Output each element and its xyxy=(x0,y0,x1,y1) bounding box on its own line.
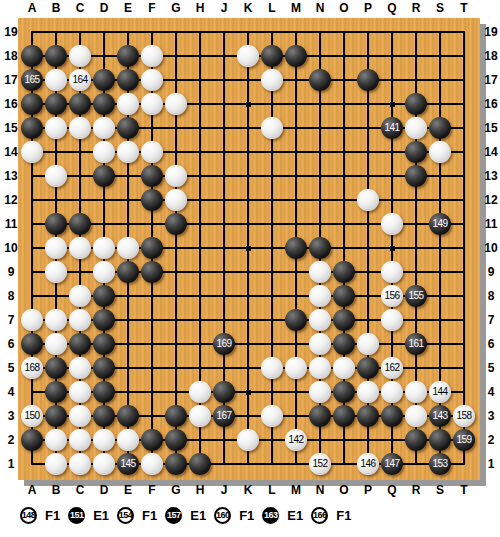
white-stone-S4: 144 xyxy=(429,381,451,403)
black-stone-J3: 167 xyxy=(213,405,235,427)
col-label-top-P: P xyxy=(356,1,380,15)
col-label-bottom-C: C xyxy=(68,483,92,497)
white-stone-M5 xyxy=(285,357,307,379)
black-stone-D17 xyxy=(93,69,115,91)
move-number-label: 158 xyxy=(456,405,471,427)
white-stone-P12 xyxy=(357,189,379,211)
black-stone-R16 xyxy=(405,93,427,115)
white-stone-R3 xyxy=(405,405,427,427)
black-stone-B18 xyxy=(45,45,67,67)
white-stone-G12 xyxy=(165,189,187,211)
black-stone-P5 xyxy=(357,357,379,379)
black-stone-M10 xyxy=(285,237,307,259)
col-label-top-K: K xyxy=(236,1,260,15)
white-stone-G13 xyxy=(165,165,187,187)
col-label-top-H: H xyxy=(188,1,212,15)
row-label-left-2: 2 xyxy=(1,433,21,447)
col-label-top-T: T xyxy=(452,1,476,15)
move-number-label: 159 xyxy=(456,429,471,451)
black-stone-D4 xyxy=(93,381,115,403)
white-stone-A7 xyxy=(21,309,43,331)
white-stone-K18 xyxy=(237,45,259,67)
col-label-bottom-R: R xyxy=(404,483,428,497)
white-stone-C1 xyxy=(69,453,91,475)
move-number-label: 165 xyxy=(24,69,39,91)
row-label-left-17: 17 xyxy=(1,73,21,87)
white-stone-E16 xyxy=(117,93,139,115)
white-stone-N6 xyxy=(309,333,331,355)
col-label-top-J: J xyxy=(212,1,236,15)
row-label-right-1: 1 xyxy=(482,457,500,471)
white-stone-N1: 152 xyxy=(309,453,331,475)
row-label-left-10: 10 xyxy=(1,241,21,255)
row-label-right-8: 8 xyxy=(482,289,500,303)
black-stone-O6 xyxy=(333,333,355,355)
black-stone-F13 xyxy=(141,165,163,187)
black-stone-J6: 169 xyxy=(213,333,235,355)
black-stone-E9 xyxy=(117,261,139,283)
caption-move-151-coordinate: E1 xyxy=(93,508,109,523)
go-board: 1651641411491561551691611681621441501671… xyxy=(18,18,480,480)
col-label-bottom-S: S xyxy=(428,483,452,497)
col-label-top-C: C xyxy=(68,1,92,15)
caption-move-166-coordinate: F1 xyxy=(336,508,351,523)
white-stone-B1 xyxy=(45,453,67,475)
white-stone-P6 xyxy=(357,333,379,355)
col-label-top-B: B xyxy=(44,1,68,15)
black-stone-Q3 xyxy=(381,405,403,427)
white-stone-D2 xyxy=(93,429,115,451)
row-label-right-6: 6 xyxy=(482,337,500,351)
white-stone-K2 xyxy=(237,429,259,451)
black-stone-G2 xyxy=(165,429,187,451)
col-label-bottom-P: P xyxy=(356,483,380,497)
black-stone-J4 xyxy=(213,381,235,403)
black-stone-B5 xyxy=(45,357,67,379)
white-stone-B9 xyxy=(45,261,67,283)
black-stone-D16 xyxy=(93,93,115,115)
black-stone-B3 xyxy=(45,405,67,427)
col-label-bottom-G: G xyxy=(164,483,188,497)
black-stone-S15 xyxy=(429,117,451,139)
white-stone-Q7 xyxy=(381,309,403,331)
col-label-bottom-J: J xyxy=(212,483,236,497)
white-stone-N5 xyxy=(309,357,331,379)
white-stone-S14 xyxy=(429,141,451,163)
black-stone-S11: 149 xyxy=(429,213,451,235)
white-stone-D15 xyxy=(93,117,115,139)
black-stone-F2 xyxy=(141,429,163,451)
black-stone-O7 xyxy=(333,309,355,331)
black-stone-D3 xyxy=(93,405,115,427)
caption-move-151-circle: 151 xyxy=(68,507,85,524)
white-stone-F1 xyxy=(141,453,163,475)
black-stone-D13 xyxy=(93,165,115,187)
row-label-left-8: 8 xyxy=(1,289,21,303)
black-stone-N17 xyxy=(309,69,331,91)
black-stone-R13 xyxy=(405,165,427,187)
white-stone-B17 xyxy=(45,69,67,91)
row-label-right-19: 19 xyxy=(482,25,500,39)
move-number-label: 168 xyxy=(24,357,39,379)
caption-move-163-circle: 163 xyxy=(262,507,279,524)
col-label-top-A: A xyxy=(20,1,44,15)
row-label-left-1: 1 xyxy=(1,457,21,471)
white-stone-L15 xyxy=(261,117,283,139)
black-stone-G1 xyxy=(165,453,187,475)
white-stone-P4 xyxy=(357,381,379,403)
row-label-left-3: 3 xyxy=(1,409,21,423)
move-number-label: 169 xyxy=(216,333,231,355)
row-label-right-14: 14 xyxy=(482,145,500,159)
row-label-left-14: 14 xyxy=(1,145,21,159)
col-label-bottom-F: F xyxy=(140,483,164,497)
row-label-right-5: 5 xyxy=(482,361,500,375)
row-label-left-16: 16 xyxy=(1,97,21,111)
white-stone-Q4 xyxy=(381,381,403,403)
white-stone-Q11 xyxy=(381,213,403,235)
move-number-label: 167 xyxy=(216,405,231,427)
row-label-left-4: 4 xyxy=(1,385,21,399)
caption-move-154-coordinate: F1 xyxy=(142,508,157,523)
move-number-label: 141 xyxy=(384,117,399,139)
caption-move-166-circle: 166 xyxy=(311,507,328,524)
caption-move-163-coordinate: E1 xyxy=(287,508,303,523)
col-label-top-L: L xyxy=(260,1,284,15)
white-stone-H3 xyxy=(189,405,211,427)
white-stone-C5 xyxy=(69,357,91,379)
row-label-left-11: 11 xyxy=(1,217,21,231)
black-stone-G11 xyxy=(165,213,187,235)
col-label-top-N: N xyxy=(308,1,332,15)
caption-move-148-circle: 148 xyxy=(20,507,37,524)
col-label-bottom-L: L xyxy=(260,483,284,497)
move-number-label: 164 xyxy=(72,69,87,91)
white-stone-E10 xyxy=(117,237,139,259)
col-label-bottom-O: O xyxy=(332,483,356,497)
black-stone-E17 xyxy=(117,69,139,91)
black-stone-B4 xyxy=(45,381,67,403)
white-stone-N4 xyxy=(309,381,331,403)
col-label-top-E: E xyxy=(116,1,140,15)
move-number-label: 161 xyxy=(408,333,423,355)
col-label-top-D: D xyxy=(92,1,116,15)
caption-move-148-coordinate: F1 xyxy=(45,508,60,523)
col-label-bottom-A: A xyxy=(20,483,44,497)
black-stone-A6 xyxy=(21,333,43,355)
black-stone-E3 xyxy=(117,405,139,427)
col-label-bottom-E: E xyxy=(116,483,140,497)
white-stone-C7 xyxy=(69,309,91,331)
col-label-top-R: R xyxy=(404,1,428,15)
caption-move-160-coordinate: F1 xyxy=(239,508,254,523)
white-stone-G16 xyxy=(165,93,187,115)
row-label-right-2: 2 xyxy=(482,433,500,447)
col-label-top-O: O xyxy=(332,1,356,15)
row-label-right-16: 16 xyxy=(482,97,500,111)
black-stone-F9 xyxy=(141,261,163,283)
move-caption: 148F1151E1154F1157E1160F1163E1166F1 xyxy=(20,504,490,526)
white-stone-D9 xyxy=(93,261,115,283)
row-label-right-9: 9 xyxy=(482,265,500,279)
col-label-bottom-K: K xyxy=(236,483,260,497)
black-stone-L18 xyxy=(261,45,283,67)
white-stone-C2 xyxy=(69,429,91,451)
caption-move-160-circle: 160 xyxy=(214,507,231,524)
move-number-label: 142 xyxy=(288,429,303,451)
move-number-label: 145 xyxy=(120,453,135,475)
white-stone-L17 xyxy=(261,69,283,91)
white-stone-E2 xyxy=(117,429,139,451)
black-stone-H1 xyxy=(189,453,211,475)
row-label-left-9: 9 xyxy=(1,265,21,279)
white-stone-C10 xyxy=(69,237,91,259)
white-stone-C17: 164 xyxy=(69,69,91,91)
black-stone-D8 xyxy=(93,285,115,307)
col-label-top-F: F xyxy=(140,1,164,15)
row-label-right-15: 15 xyxy=(482,121,500,135)
black-stone-D5 xyxy=(93,357,115,379)
white-stone-F14 xyxy=(141,141,163,163)
white-stone-P1: 146 xyxy=(357,453,379,475)
white-stone-N9 xyxy=(309,261,331,283)
black-stone-R6: 161 xyxy=(405,333,427,355)
white-stone-C15 xyxy=(69,117,91,139)
white-stone-M2: 142 xyxy=(285,429,307,451)
col-label-top-Q: Q xyxy=(380,1,404,15)
row-label-right-13: 13 xyxy=(482,169,500,183)
black-stone-D7 xyxy=(93,309,115,331)
white-stone-F17 xyxy=(141,69,163,91)
black-stone-E18 xyxy=(117,45,139,67)
black-stone-N3 xyxy=(309,405,331,427)
black-stone-O9 xyxy=(333,261,355,283)
row-label-right-12: 12 xyxy=(482,193,500,207)
black-stone-P3 xyxy=(357,405,379,427)
white-stone-F16 xyxy=(141,93,163,115)
white-stone-N8 xyxy=(309,285,331,307)
row-label-right-11: 11 xyxy=(482,217,500,231)
move-number-label: 153 xyxy=(432,453,447,475)
move-number-label: 149 xyxy=(432,213,447,235)
white-stone-B2 xyxy=(45,429,67,451)
white-stone-R15 xyxy=(405,117,427,139)
row-label-right-18: 18 xyxy=(482,49,500,63)
move-number-label: 143 xyxy=(432,405,447,427)
black-stone-D6 xyxy=(93,333,115,355)
star-point-K10 xyxy=(246,246,251,251)
white-stone-T3: 158 xyxy=(453,405,475,427)
white-stone-C8 xyxy=(69,285,91,307)
black-stone-O3 xyxy=(333,405,355,427)
col-label-top-S: S xyxy=(428,1,452,15)
move-number-label: 144 xyxy=(432,381,447,403)
black-stone-P17 xyxy=(357,69,379,91)
row-label-right-7: 7 xyxy=(482,313,500,327)
black-stone-B16 xyxy=(45,93,67,115)
white-stone-E14 xyxy=(117,141,139,163)
white-stone-A14 xyxy=(21,141,43,163)
move-number-label: 150 xyxy=(24,405,39,427)
black-stone-T2: 159 xyxy=(453,429,475,451)
white-stone-O5 xyxy=(333,357,355,379)
white-stone-B15 xyxy=(45,117,67,139)
white-stone-D10 xyxy=(93,237,115,259)
star-point-K16 xyxy=(246,102,251,107)
black-stone-A16 xyxy=(21,93,43,115)
row-label-left-6: 6 xyxy=(1,337,21,351)
move-number-label: 152 xyxy=(312,453,327,475)
col-label-top-M: M xyxy=(284,1,308,15)
black-stone-C6 xyxy=(69,333,91,355)
move-number-label: 162 xyxy=(384,357,399,379)
move-number-label: 156 xyxy=(384,285,399,307)
star-point-K4 xyxy=(246,390,251,395)
black-stone-S3: 143 xyxy=(429,405,451,427)
white-stone-C18 xyxy=(69,45,91,67)
white-stone-Q5: 162 xyxy=(381,357,403,379)
white-stone-D1 xyxy=(93,453,115,475)
row-label-left-5: 5 xyxy=(1,361,21,375)
row-label-left-13: 13 xyxy=(1,169,21,183)
white-stone-D14 xyxy=(93,141,115,163)
white-stone-B10 xyxy=(45,237,67,259)
white-stone-B6 xyxy=(45,333,67,355)
black-stone-O8 xyxy=(333,285,355,307)
row-label-left-15: 15 xyxy=(1,121,21,135)
star-point-Q10 xyxy=(390,246,395,251)
star-point-Q16 xyxy=(390,102,395,107)
col-label-bottom-N: N xyxy=(308,483,332,497)
white-stone-H4 xyxy=(189,381,211,403)
black-stone-R14 xyxy=(405,141,427,163)
black-stone-E15 xyxy=(117,117,139,139)
white-stone-C4 xyxy=(69,381,91,403)
row-label-right-4: 4 xyxy=(482,385,500,399)
black-stone-A2 xyxy=(21,429,43,451)
white-stone-B13 xyxy=(45,165,67,187)
black-stone-C11 xyxy=(69,213,91,235)
row-label-right-10: 10 xyxy=(482,241,500,255)
row-label-left-12: 12 xyxy=(1,193,21,207)
white-stone-A5: 168 xyxy=(21,357,43,379)
move-number-label: 147 xyxy=(384,453,399,475)
row-label-left-18: 18 xyxy=(1,49,21,63)
caption-move-154-circle: 154 xyxy=(117,507,134,524)
col-label-bottom-Q: Q xyxy=(380,483,404,497)
col-label-bottom-D: D xyxy=(92,483,116,497)
black-stone-M18 xyxy=(285,45,307,67)
move-number-label: 155 xyxy=(408,285,423,307)
row-label-right-3: 3 xyxy=(482,409,500,423)
black-stone-A18 xyxy=(21,45,43,67)
black-stone-A17: 165 xyxy=(21,69,43,91)
white-stone-Q9 xyxy=(381,261,403,283)
black-stone-M7 xyxy=(285,309,307,331)
white-stone-B7 xyxy=(45,309,67,331)
black-stone-B11 xyxy=(45,213,67,235)
white-stone-C3 xyxy=(69,405,91,427)
black-stone-F12 xyxy=(141,189,163,211)
black-stone-S1: 153 xyxy=(429,453,451,475)
white-stone-F18 xyxy=(141,45,163,67)
black-stone-Q1: 147 xyxy=(381,453,403,475)
black-stone-Q15: 141 xyxy=(381,117,403,139)
white-stone-R4 xyxy=(405,381,427,403)
black-stone-S2 xyxy=(429,429,451,451)
white-stone-L5 xyxy=(261,357,283,379)
black-stone-O4 xyxy=(333,381,355,403)
col-label-bottom-B: B xyxy=(44,483,68,497)
move-number-label: 146 xyxy=(360,453,375,475)
caption-move-157-coordinate: E1 xyxy=(190,508,206,523)
black-stone-E1: 145 xyxy=(117,453,139,475)
col-label-top-G: G xyxy=(164,1,188,15)
black-stone-A15 xyxy=(21,117,43,139)
black-stone-N10 xyxy=(309,237,331,259)
black-stone-F10 xyxy=(141,237,163,259)
white-stone-Q8: 156 xyxy=(381,285,403,307)
black-stone-R2 xyxy=(405,429,427,451)
caption-move-157-circle: 157 xyxy=(165,507,182,524)
white-stone-A3: 150 xyxy=(21,405,43,427)
black-stone-G3 xyxy=(165,405,187,427)
row-label-left-19: 19 xyxy=(1,25,21,39)
black-stone-C16 xyxy=(69,93,91,115)
row-label-left-7: 7 xyxy=(1,313,21,327)
col-label-bottom-H: H xyxy=(188,483,212,497)
col-label-bottom-M: M xyxy=(284,483,308,497)
black-stone-R8: 155 xyxy=(405,285,427,307)
col-label-bottom-T: T xyxy=(452,483,476,497)
white-stone-L3 xyxy=(261,405,283,427)
row-label-right-17: 17 xyxy=(482,73,500,87)
white-stone-N7 xyxy=(309,309,331,331)
